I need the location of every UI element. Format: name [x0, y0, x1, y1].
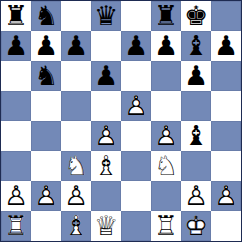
square-c6[interactable]: [61, 61, 91, 91]
piece-white-pawn[interactable]: ♟♙: [181, 181, 211, 211]
black-piece-glyph: ♟: [151, 31, 181, 61]
square-d6[interactable]: ♟: [91, 61, 121, 91]
square-e1[interactable]: [121, 211, 151, 241]
square-c1[interactable]: ♝♗: [61, 211, 91, 241]
white-piece-outline-glyph: ♙: [151, 121, 181, 151]
square-h5[interactable]: [211, 91, 241, 121]
white-piece-outline-glyph: ♙: [181, 181, 211, 211]
piece-white-king[interactable]: ♚♔: [181, 211, 211, 241]
square-g2[interactable]: ♟♙: [181, 181, 211, 211]
piece-white-pawn[interactable]: ♟♙: [91, 121, 121, 151]
square-g5[interactable]: [181, 91, 211, 121]
square-f8[interactable]: ♜: [151, 1, 181, 31]
square-d7[interactable]: [91, 31, 121, 61]
white-piece-outline-glyph: ♔: [181, 211, 211, 241]
square-g4[interactable]: ♝: [181, 121, 211, 151]
piece-black-pawn[interactable]: ♟: [1, 31, 31, 61]
white-piece-outline-glyph: ♘: [61, 151, 91, 181]
square-b3[interactable]: [31, 151, 61, 181]
square-c4[interactable]: [61, 121, 91, 151]
black-piece-glyph: ♟: [1, 31, 31, 61]
square-h3[interactable]: [211, 151, 241, 181]
square-d4[interactable]: ♟♙: [91, 121, 121, 151]
square-a7[interactable]: ♟: [1, 31, 31, 61]
white-piece-outline-glyph: ♗: [91, 151, 121, 181]
square-a4[interactable]: [1, 121, 31, 151]
piece-black-queen[interactable]: ♛: [91, 1, 121, 31]
square-d5[interactable]: [91, 91, 121, 121]
square-e4[interactable]: [121, 121, 151, 151]
piece-black-bishop[interactable]: ♝: [181, 31, 211, 61]
square-a3[interactable]: [1, 151, 31, 181]
square-f7[interactable]: ♟: [151, 31, 181, 61]
black-piece-glyph: ♟: [91, 61, 121, 91]
piece-white-knight[interactable]: ♞♘: [61, 151, 91, 181]
black-piece-glyph: ♟: [31, 31, 61, 61]
square-b2[interactable]: ♟♙: [31, 181, 61, 211]
piece-black-pawn[interactable]: ♟: [61, 31, 91, 61]
square-e8[interactable]: [121, 1, 151, 31]
piece-white-queen[interactable]: ♛♕: [91, 211, 121, 241]
square-b6[interactable]: ♞: [31, 61, 61, 91]
black-piece-glyph: ♝: [181, 31, 211, 61]
square-e5[interactable]: ♟♙: [121, 91, 151, 121]
square-d8[interactable]: ♛: [91, 1, 121, 31]
square-f6[interactable]: [151, 61, 181, 91]
black-piece-glyph: ♜: [1, 1, 31, 31]
square-h1[interactable]: [211, 211, 241, 241]
square-f1[interactable]: ♜♖: [151, 211, 181, 241]
square-g3[interactable]: [181, 151, 211, 181]
piece-black-pawn[interactable]: ♟: [31, 31, 61, 61]
white-piece-outline-glyph: ♘: [151, 151, 181, 181]
square-g7[interactable]: ♝: [181, 31, 211, 61]
chess-board: ♜♞♛♜♚♟♟♟♟♟♝♟♞♟♟♟♙♟♙♟♙♝♞♘♝♗♞♘♟♙♟♙♟♙♟♙♟♙♜♖…: [0, 0, 242, 242]
square-c3[interactable]: ♞♘: [61, 151, 91, 181]
square-a8[interactable]: ♜: [1, 1, 31, 31]
square-f2[interactable]: [151, 181, 181, 211]
white-piece-outline-glyph: ♙: [31, 181, 61, 211]
piece-black-pawn[interactable]: ♟: [151, 31, 181, 61]
white-piece-outline-glyph: ♙: [1, 181, 31, 211]
square-e2[interactable]: [121, 181, 151, 211]
black-piece-glyph: ♟: [181, 61, 211, 91]
square-a5[interactable]: [1, 91, 31, 121]
black-piece-glyph: ♟: [61, 31, 91, 61]
piece-black-knight[interactable]: ♞: [31, 1, 61, 31]
square-b5[interactable]: [31, 91, 61, 121]
square-d2[interactable]: [91, 181, 121, 211]
piece-white-pawn[interactable]: ♟♙: [31, 181, 61, 211]
square-c5[interactable]: [61, 91, 91, 121]
square-b4[interactable]: [31, 121, 61, 151]
black-piece-glyph: ♚: [181, 1, 211, 31]
square-e3[interactable]: [121, 151, 151, 181]
black-piece-glyph: ♛: [91, 1, 121, 31]
square-d1[interactable]: ♛♕: [91, 211, 121, 241]
piece-black-bishop[interactable]: ♝: [181, 121, 211, 151]
square-f5[interactable]: [151, 91, 181, 121]
piece-white-pawn[interactable]: ♟♙: [151, 121, 181, 151]
square-f3[interactable]: ♞♘: [151, 151, 181, 181]
white-piece-outline-glyph: ♖: [151, 211, 181, 241]
piece-black-pawn[interactable]: ♟: [91, 61, 121, 91]
piece-white-rook[interactable]: ♜♖: [151, 211, 181, 241]
piece-white-pawn[interactable]: ♟♙: [61, 181, 91, 211]
square-h7[interactable]: ♟: [211, 31, 241, 61]
piece-white-pawn[interactable]: ♟♙: [211, 181, 241, 211]
square-a6[interactable]: [1, 61, 31, 91]
square-g8[interactable]: ♚: [181, 1, 211, 31]
white-piece-outline-glyph: ♙: [211, 181, 241, 211]
square-a1[interactable]: ♜♖: [1, 211, 31, 241]
piece-white-bishop[interactable]: ♝♗: [91, 151, 121, 181]
square-h2[interactable]: ♟♙: [211, 181, 241, 211]
square-h6[interactable]: [211, 61, 241, 91]
white-piece-outline-glyph: ♙: [91, 121, 121, 151]
black-piece-glyph: ♞: [31, 1, 61, 31]
square-b8[interactable]: ♞: [31, 1, 61, 31]
square-d3[interactable]: ♝♗: [91, 151, 121, 181]
piece-white-bishop[interactable]: ♝♗: [61, 211, 91, 241]
black-piece-glyph: ♞: [31, 61, 61, 91]
square-h8[interactable]: [211, 1, 241, 31]
piece-white-pawn[interactable]: ♟♙: [1, 181, 31, 211]
piece-white-knight[interactable]: ♞♘: [151, 151, 181, 181]
square-h4[interactable]: [211, 121, 241, 151]
square-c8[interactable]: [61, 1, 91, 31]
piece-white-rook[interactable]: ♜♖: [1, 211, 31, 241]
piece-black-king[interactable]: ♚: [181, 1, 211, 31]
square-e6[interactable]: [121, 61, 151, 91]
square-g1[interactable]: ♚♔: [181, 211, 211, 241]
square-g6[interactable]: ♟: [181, 61, 211, 91]
black-piece-glyph: ♟: [211, 31, 241, 61]
white-piece-outline-glyph: ♙: [121, 91, 151, 121]
square-e7[interactable]: ♟: [121, 31, 151, 61]
white-piece-outline-glyph: ♙: [61, 181, 91, 211]
piece-black-pawn[interactable]: ♟: [181, 61, 211, 91]
piece-black-pawn[interactable]: ♟: [121, 31, 151, 61]
piece-black-pawn[interactable]: ♟: [211, 31, 241, 61]
square-b1[interactable]: [31, 211, 61, 241]
white-piece-outline-glyph: ♗: [61, 211, 91, 241]
square-c2[interactable]: ♟♙: [61, 181, 91, 211]
square-c7[interactable]: ♟: [61, 31, 91, 61]
white-piece-outline-glyph: ♕: [91, 211, 121, 241]
piece-black-knight[interactable]: ♞: [31, 61, 61, 91]
piece-black-rook[interactable]: ♜: [151, 1, 181, 31]
square-f4[interactable]: ♟♙: [151, 121, 181, 151]
piece-white-pawn[interactable]: ♟♙: [121, 91, 151, 121]
black-piece-glyph: ♜: [151, 1, 181, 31]
black-piece-glyph: ♟: [121, 31, 151, 61]
square-b7[interactable]: ♟: [31, 31, 61, 61]
white-piece-outline-glyph: ♖: [1, 211, 31, 241]
black-piece-glyph: ♝: [181, 121, 211, 151]
piece-black-rook[interactable]: ♜: [1, 1, 31, 31]
square-a2[interactable]: ♟♙: [1, 181, 31, 211]
